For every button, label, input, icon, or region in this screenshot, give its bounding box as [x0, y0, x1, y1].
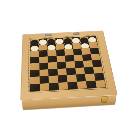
- square-c1: [49, 83, 59, 91]
- square-h1: [95, 80, 106, 88]
- decorative-border: ●●●●●●●●●●●●: [28, 35, 108, 93]
- board-frame: ●●●●●●●●●●●●: [20, 31, 117, 101]
- hinge-icon: [73, 33, 79, 35]
- hinge-icon: [45, 34, 51, 36]
- game-box: ●●●●●●●●●●●●: [20, 31, 117, 101]
- checkers-grid: ●●●●●●●●●●●●: [30, 36, 107, 92]
- clasp-icon: [102, 97, 108, 102]
- square-a1: [30, 84, 40, 92]
- product-photo: ●●●●●●●●●●●●: [0, 0, 140, 140]
- square-b1: [39, 83, 49, 91]
